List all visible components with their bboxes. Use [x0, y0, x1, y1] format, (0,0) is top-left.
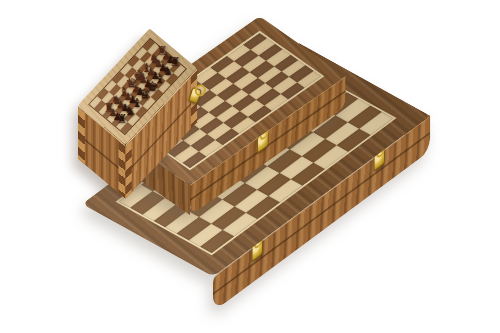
- finger-joint-corner: [126, 140, 132, 199]
- finger-joint-corner: [119, 141, 126, 199]
- finger-joint-corner: [78, 107, 85, 165]
- product-photo-stage: Product photo: three folding wooden magn…: [0, 0, 500, 333]
